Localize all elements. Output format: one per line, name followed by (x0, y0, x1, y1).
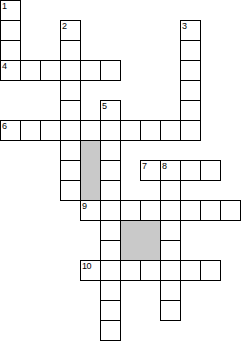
clue-number-6: 6 (2, 121, 7, 131)
cell-c6-r6[interactable] (120, 120, 141, 141)
cell-c9-r13[interactable] (180, 260, 201, 281)
cell-c3-r6[interactable] (60, 120, 81, 141)
shaded-block (80, 140, 101, 201)
cell-c5-r8[interactable] (100, 160, 121, 181)
cell-c5-r14[interactable] (100, 280, 121, 301)
clue-number-5: 5 (102, 101, 107, 111)
cell-c0-r1[interactable] (0, 20, 21, 41)
cell-c5-r15[interactable] (100, 300, 121, 321)
cell-c6-r10[interactable] (120, 200, 141, 221)
cell-c8-r12[interactable] (160, 240, 181, 261)
cell-c3-r4[interactable] (60, 80, 81, 101)
cell-c10-r10[interactable] (200, 200, 221, 221)
cell-c4-r3[interactable] (80, 60, 101, 81)
cell-c4-r10[interactable]: 9 (80, 200, 101, 221)
clue-number-10: 10 (82, 261, 91, 271)
cell-c5-r12[interactable] (100, 240, 121, 261)
cell-c5-r6[interactable] (100, 120, 121, 141)
cell-c5-r13[interactable] (100, 260, 121, 281)
cell-c5-r11[interactable] (100, 220, 121, 241)
cell-c3-r3[interactable] (60, 60, 81, 81)
cell-c5-r5[interactable]: 5 (100, 100, 121, 121)
cell-c8-r11[interactable] (160, 220, 181, 241)
cell-c7-r8[interactable]: 7 (140, 160, 161, 181)
cell-c1-r3[interactable] (20, 60, 41, 81)
cell-c8-r9[interactable] (160, 180, 181, 201)
cell-c9-r10[interactable] (180, 200, 201, 221)
clue-number-1: 1 (2, 1, 7, 11)
cell-c7-r6[interactable] (140, 120, 161, 141)
cell-c7-r10[interactable] (140, 200, 161, 221)
cell-c4-r6[interactable] (80, 120, 101, 141)
cell-c6-r13[interactable] (120, 260, 141, 281)
cell-c7-r13[interactable] (140, 260, 161, 281)
clue-number-3: 3 (182, 21, 187, 31)
cell-c9-r6[interactable] (180, 120, 201, 141)
clue-number-9: 9 (82, 201, 87, 211)
cell-c8-r13[interactable] (160, 260, 181, 281)
clue-number-7: 7 (142, 161, 147, 171)
cell-c8-r10[interactable] (160, 200, 181, 221)
cell-c1-r6[interactable] (20, 120, 41, 141)
cell-c3-r1[interactable]: 2 (60, 20, 81, 41)
cell-c5-r9[interactable] (100, 180, 121, 201)
cell-c10-r13[interactable] (200, 260, 221, 281)
cell-c3-r8[interactable] (60, 160, 81, 181)
cell-c0-r3[interactable]: 4 (0, 60, 21, 81)
cell-c8-r14[interactable] (160, 280, 181, 301)
crossword-grid: 12345678910 (0, 0, 241, 341)
cell-c9-r2[interactable] (180, 40, 201, 61)
cell-c3-r5[interactable] (60, 100, 81, 121)
cell-c9-r3[interactable] (180, 60, 201, 81)
cell-c8-r8[interactable]: 8 (160, 160, 181, 181)
cell-c11-r10[interactable] (220, 200, 241, 221)
shaded-block (120, 220, 161, 261)
cell-c5-r3[interactable] (100, 60, 121, 81)
cell-c5-r16[interactable] (100, 320, 121, 341)
clue-number-4: 4 (2, 61, 7, 71)
cell-c5-r7[interactable] (100, 140, 121, 161)
cell-c5-r10[interactable] (100, 200, 121, 221)
cell-c0-r0[interactable]: 1 (0, 0, 21, 21)
cell-c4-r13[interactable]: 10 (80, 260, 101, 281)
cell-c2-r3[interactable] (40, 60, 61, 81)
cell-c0-r6[interactable]: 6 (0, 120, 21, 141)
cell-c9-r5[interactable] (180, 100, 201, 121)
cell-c10-r8[interactable] (200, 160, 221, 181)
cell-c8-r6[interactable] (160, 120, 181, 141)
clue-number-8: 8 (162, 161, 167, 171)
cell-c9-r8[interactable] (180, 160, 201, 181)
cell-c0-r2[interactable] (0, 40, 21, 61)
clue-number-2: 2 (62, 21, 67, 31)
cell-c9-r1[interactable]: 3 (180, 20, 201, 41)
cell-c3-r9[interactable] (60, 180, 81, 201)
cell-c9-r4[interactable] (180, 80, 201, 101)
cell-c3-r2[interactable] (60, 40, 81, 61)
cell-c2-r6[interactable] (40, 120, 61, 141)
cell-c3-r7[interactable] (60, 140, 81, 161)
cell-c8-r15[interactable] (160, 300, 181, 321)
